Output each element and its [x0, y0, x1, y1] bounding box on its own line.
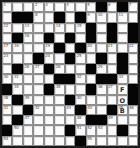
cell-r10c12[interactable]: 46: [128, 105, 138, 115]
clue-number: 32: [77, 75, 82, 80]
cell-r4c4[interactable]: 19: [44, 43, 54, 53]
cell-r3c5[interactable]: [54, 33, 64, 43]
cell-r7c12[interactable]: [128, 74, 138, 84]
cell-r7c11[interactable]: 33: [117, 74, 127, 84]
clue-number: 1: [4, 3, 6, 8]
filled-letter: F: [118, 85, 126, 93]
cell-r12c1[interactable]: 50: [12, 125, 22, 135]
clue-number: 36: [98, 85, 103, 90]
clue-number: 23: [4, 54, 9, 59]
cell-r2c9[interactable]: [96, 23, 106, 33]
block-cell-r1c1: [12, 12, 22, 22]
cell-r3c3[interactable]: [33, 33, 43, 43]
block-cell-r9c1: [12, 95, 22, 105]
cell-r13c6[interactable]: [65, 136, 75, 146]
block-cell-r6c11: [117, 64, 127, 74]
cell-r13c0[interactable]: 54: [2, 136, 12, 146]
cell-r7c3[interactable]: [33, 74, 43, 84]
cell-r6c7[interactable]: [75, 64, 85, 74]
cell-r9c4[interactable]: [44, 95, 54, 105]
clue-number: 46: [129, 106, 134, 111]
cell-r0c1[interactable]: [12, 2, 22, 12]
block-cell-r7c10: [107, 74, 117, 84]
clue-number: 42: [35, 106, 40, 111]
block-cell-r4c7: [75, 43, 85, 53]
clue-number: 39: [24, 96, 29, 101]
clue-number: 44: [87, 106, 92, 111]
clue-number: 9: [87, 13, 89, 18]
cell-r2c1[interactable]: [12, 23, 22, 33]
block-cell-r11c9: [96, 115, 106, 125]
block-cell-r9c12: [128, 95, 138, 105]
cell-r9c0[interactable]: 38: [2, 95, 12, 105]
cell-r5c1[interactable]: [12, 53, 22, 63]
block-cell-r11c1: [12, 115, 22, 125]
cell-r9c5[interactable]: [54, 95, 64, 105]
clue-number: 51: [77, 126, 82, 131]
cell-r6c3[interactable]: 27: [33, 64, 43, 74]
cell-r2c11[interactable]: [117, 23, 127, 33]
cell-r7c2[interactable]: [23, 74, 33, 84]
cell-r8c5[interactable]: 35: [54, 84, 64, 94]
block-cell-r11c8: [86, 115, 96, 125]
clue-number: 4: [66, 3, 68, 8]
cell-r9c2[interactable]: 39: [23, 95, 33, 105]
cell-r6c10[interactable]: [107, 64, 117, 74]
cell-r3c11[interactable]: [117, 33, 127, 43]
cell-r9c8[interactable]: [86, 95, 96, 105]
cell-r3c2[interactable]: 16: [23, 33, 33, 43]
cell-r6c5[interactable]: 28: [54, 64, 64, 74]
clue-number: 7: [129, 3, 131, 8]
cell-r9c10[interactable]: [107, 95, 117, 105]
cell-r13c12[interactable]: [128, 136, 138, 146]
cell-r2c2[interactable]: 13: [23, 23, 33, 33]
block-cell-r0c11: [117, 2, 127, 12]
cell-r4c2[interactable]: [23, 43, 33, 53]
block-cell-r5c11: [117, 53, 127, 63]
clue-number: 29: [98, 65, 103, 70]
cell-r5c5[interactable]: [54, 53, 64, 63]
cell-r1c10[interactable]: [107, 12, 117, 22]
cell-r11c2[interactable]: 47: [23, 115, 33, 125]
block-cell-r10c10: [107, 105, 117, 115]
cell-r8c7[interactable]: [75, 84, 85, 94]
cell-r0c10[interactable]: 6: [107, 2, 117, 12]
cell-r6c2[interactable]: 26: [23, 64, 33, 74]
cell-r12c10[interactable]: [107, 125, 117, 135]
cell-r12c3[interactable]: [33, 125, 43, 135]
cell-r11c6[interactable]: [65, 115, 75, 125]
clue-number: 55: [87, 137, 92, 142]
cell-r11c3[interactable]: [33, 115, 43, 125]
cell-r5c8[interactable]: [86, 53, 96, 63]
clue-number: 25: [77, 54, 82, 59]
cell-r0c12[interactable]: 7: [128, 2, 138, 12]
cell-r4c12[interactable]: 22: [128, 43, 138, 53]
cell-r4c3[interactable]: [33, 43, 43, 53]
block-cell-r6c4: [44, 64, 54, 74]
clue-number: 50: [14, 126, 19, 131]
cell-r13c1[interactable]: [12, 136, 22, 146]
clue-number: 21: [108, 44, 113, 49]
clue-number: 13: [24, 24, 29, 29]
clue-number: 35: [56, 85, 61, 90]
cell-r12c5[interactable]: [54, 125, 64, 135]
block-cell-r3c6: [65, 33, 75, 43]
block-cell-r4c5: [54, 43, 64, 53]
clue-number: 27: [35, 65, 40, 70]
cell-r0c6[interactable]: 4: [65, 2, 75, 12]
cell-r5c7[interactable]: 25: [75, 53, 85, 63]
clue-number: 8: [35, 13, 37, 18]
clue-number: 28: [56, 65, 61, 70]
block-cell-r3c4: [44, 33, 54, 43]
cell-r4c6[interactable]: [65, 43, 75, 53]
cell-r1c3[interactable]: 8: [33, 12, 43, 22]
block-cell-r3c10: [107, 33, 117, 43]
clue-number: 22: [129, 44, 134, 49]
cell-r5c4[interactable]: 24: [44, 53, 54, 63]
cell-r13c11[interactable]: [117, 136, 127, 146]
clue-number: 30: [4, 75, 9, 80]
block-cell-r9c6: [65, 95, 75, 105]
clue-number: 53: [98, 126, 103, 131]
cell-r1c6[interactable]: [65, 12, 75, 22]
clue-number: 52: [87, 126, 92, 131]
clue-number: 16: [24, 34, 29, 39]
clue-number: 31: [14, 75, 19, 80]
cell-r5c12[interactable]: [128, 53, 138, 63]
cell-r8c11[interactable]: F: [117, 84, 127, 94]
cell-r6c12[interactable]: [128, 64, 138, 74]
cell-r1c11[interactable]: 11: [117, 12, 127, 22]
cell-r1c0[interactable]: [2, 12, 12, 22]
cell-r10c4[interactable]: [44, 105, 54, 115]
cell-r10c9[interactable]: [96, 105, 106, 115]
clue-number: 33: [119, 75, 124, 80]
block-cell-r5c6: [65, 53, 75, 63]
cell-r13c4[interactable]: [44, 136, 54, 146]
clue-number: 17: [4, 44, 9, 49]
cell-r11c11[interactable]: [117, 115, 127, 125]
cell-r8c6[interactable]: [65, 84, 75, 94]
block-cell-r8c8: [86, 84, 96, 94]
cell-r13c9[interactable]: [96, 136, 106, 146]
cell-r12c4[interactable]: [44, 125, 54, 135]
cell-r1c8[interactable]: 9: [86, 12, 96, 22]
cell-r12c9[interactable]: 53: [96, 125, 106, 135]
block-cell-r3c1: [12, 33, 22, 43]
cell-r11c12[interactable]: [128, 115, 138, 125]
clue-number: 47: [24, 116, 29, 121]
cell-r6c9[interactable]: 29: [96, 64, 106, 74]
cell-r2c6[interactable]: [65, 23, 75, 33]
cell-r11c0[interactable]: [2, 115, 12, 125]
filled-letter: O: [118, 96, 126, 104]
cell-r8c2[interactable]: [23, 84, 33, 94]
cell-r12c7[interactable]: 51: [75, 125, 85, 135]
cell-r10c8[interactable]: 44: [86, 105, 96, 115]
cell-r8c9[interactable]: 36: [96, 84, 106, 94]
filled-letter: B: [118, 106, 126, 114]
cell-r0c5[interactable]: [54, 2, 64, 12]
cell-r9c7[interactable]: 40: [75, 95, 85, 105]
clue-number: 37: [108, 85, 113, 90]
crossword-grid: 1234567891011121314151617181920212223242…: [0, 0, 140, 148]
clue-number: 38: [4, 96, 9, 101]
clue-number: 14: [56, 24, 61, 29]
block-cell-r5c9: [96, 53, 106, 63]
clue-number: 18: [14, 44, 19, 49]
cell-r7c0[interactable]: 30: [2, 74, 12, 84]
block-cell-r1c7: [75, 12, 85, 22]
cell-r7c8[interactable]: [86, 74, 96, 84]
block-cell-r10c2: [23, 105, 33, 115]
clue-number: 49: [108, 116, 113, 121]
block-cell-r1c2: [23, 12, 33, 22]
block-cell-r8c12: [128, 84, 138, 94]
cell-r10c3[interactable]: 42: [33, 105, 43, 115]
cell-r10c6[interactable]: 43: [65, 105, 75, 115]
cell-r2c0[interactable]: 12: [2, 23, 12, 33]
cell-r7c1[interactable]: 31: [12, 74, 22, 84]
cell-r9c3[interactable]: [33, 95, 43, 105]
block-cell-r12c11: [117, 125, 127, 135]
cell-r13c10[interactable]: [107, 136, 117, 146]
cell-r3c7[interactable]: [75, 33, 85, 43]
cell-r4c8[interactable]: 20: [86, 43, 96, 53]
block-cell-r8c4: [44, 84, 54, 94]
cell-r10c5[interactable]: [54, 105, 64, 115]
cell-r7c7[interactable]: 32: [75, 74, 85, 84]
clue-number: 6: [108, 3, 110, 8]
clue-number: 24: [45, 54, 50, 59]
cell-r1c4[interactable]: [44, 12, 54, 22]
cell-r13c3[interactable]: [33, 136, 43, 146]
block-cell-r12c6: [65, 125, 75, 135]
block-cell-r6c8: [86, 64, 96, 74]
clue-number: 11: [119, 13, 124, 18]
block-cell-r8c0: [2, 84, 12, 94]
block-cell-r7c6: [65, 74, 75, 84]
cell-r10c11[interactable]: 45B: [117, 105, 127, 115]
cell-r4c9[interactable]: [96, 43, 106, 53]
cell-r1c12[interactable]: [128, 12, 138, 22]
block-cell-r7c9: [96, 74, 106, 84]
cell-r2c7[interactable]: 15: [75, 23, 85, 33]
cell-r2c3[interactable]: [33, 23, 43, 33]
cell-r4c1[interactable]: 18: [12, 43, 22, 53]
cell-r7c4[interactable]: [44, 74, 54, 84]
cell-r11c7[interactable]: 48: [75, 115, 85, 125]
clue-number: 2: [35, 3, 37, 8]
clue-number: 43: [66, 106, 71, 111]
crossword-puzzle: 1234567891011121314151617181920212223242…: [0, 0, 140, 148]
cell-r1c9[interactable]: 10: [96, 12, 106, 22]
block-cell-r6c1: [12, 64, 22, 74]
cell-r9c11[interactable]: O: [117, 95, 127, 105]
clue-number: 19: [45, 44, 50, 49]
cell-r11c10[interactable]: 49: [107, 115, 117, 125]
block-cell-r7c5: [54, 74, 64, 84]
clue-number: 34: [14, 85, 19, 90]
cell-r0c8[interactable]: 5: [86, 2, 96, 12]
cell-r0c2[interactable]: [23, 2, 33, 12]
block-cell-r2c10: [107, 23, 117, 33]
cell-r2c5[interactable]: 14: [54, 23, 64, 33]
cell-r11c5[interactable]: [54, 115, 64, 125]
block-cell-r5c3: [33, 53, 43, 63]
cell-r5c10[interactable]: [107, 53, 117, 63]
cell-r10c0[interactable]: 41: [2, 105, 12, 115]
clue-number: 48: [77, 116, 82, 121]
cell-r8c3[interactable]: [33, 84, 43, 94]
clue-number: 26: [24, 65, 29, 70]
cell-r0c0[interactable]: 1: [2, 2, 12, 12]
cell-r0c3[interactable]: 2: [33, 2, 43, 12]
block-cell-r3c8: [86, 33, 96, 43]
cell-r10c1[interactable]: [12, 105, 22, 115]
cell-r3c9[interactable]: [96, 33, 106, 43]
block-cell-r10c7: [75, 105, 85, 115]
clue-number: 12: [4, 24, 9, 29]
cell-r2c4[interactable]: [44, 23, 54, 33]
cell-r6c6[interactable]: [65, 64, 75, 74]
block-cell-r2c8: [86, 23, 96, 33]
cell-r4c11[interactable]: [117, 43, 127, 53]
clue-number: 3: [45, 3, 47, 8]
block-cell-r1c5: [54, 12, 64, 22]
cell-r4c0[interactable]: 17: [2, 43, 12, 53]
cell-r13c5[interactable]: [54, 136, 64, 146]
block-cell-r12c0: [2, 125, 12, 135]
cell-r4c10[interactable]: 21: [107, 43, 117, 53]
cell-r0c4[interactable]: 3: [44, 2, 54, 12]
cell-r5c0[interactable]: 23: [2, 53, 12, 63]
block-cell-r13c7: [75, 136, 85, 146]
cell-r13c8[interactable]: 55: [86, 136, 96, 146]
cell-r13c2[interactable]: [23, 136, 33, 146]
cell-r12c12[interactable]: [128, 125, 138, 135]
cell-r8c10[interactable]: 37: [107, 84, 117, 94]
clue-number: 20: [87, 44, 92, 49]
clue-number: 5: [87, 3, 89, 8]
cell-r12c2[interactable]: [23, 125, 33, 135]
cell-r3c0[interactable]: [2, 33, 12, 43]
clue-number: 54: [4, 137, 9, 142]
cell-r9c9[interactable]: [96, 95, 106, 105]
cell-r6c0[interactable]: [2, 64, 12, 74]
cell-r5c2[interactable]: [23, 53, 33, 63]
block-cell-r3c12: [128, 33, 138, 43]
clue-number: 41: [4, 106, 9, 111]
cell-r0c7[interactable]: [75, 2, 85, 12]
clue-number: 10: [98, 13, 103, 18]
cell-r12c8[interactable]: 52: [86, 125, 96, 135]
clue-number: 15: [77, 24, 82, 29]
block-cell-r2c12: [128, 23, 138, 33]
cell-r11c4[interactable]: [44, 115, 54, 125]
cell-r8c1[interactable]: 34: [12, 84, 22, 94]
clue-number: 40: [77, 96, 82, 101]
block-cell-r0c9: [96, 2, 106, 12]
